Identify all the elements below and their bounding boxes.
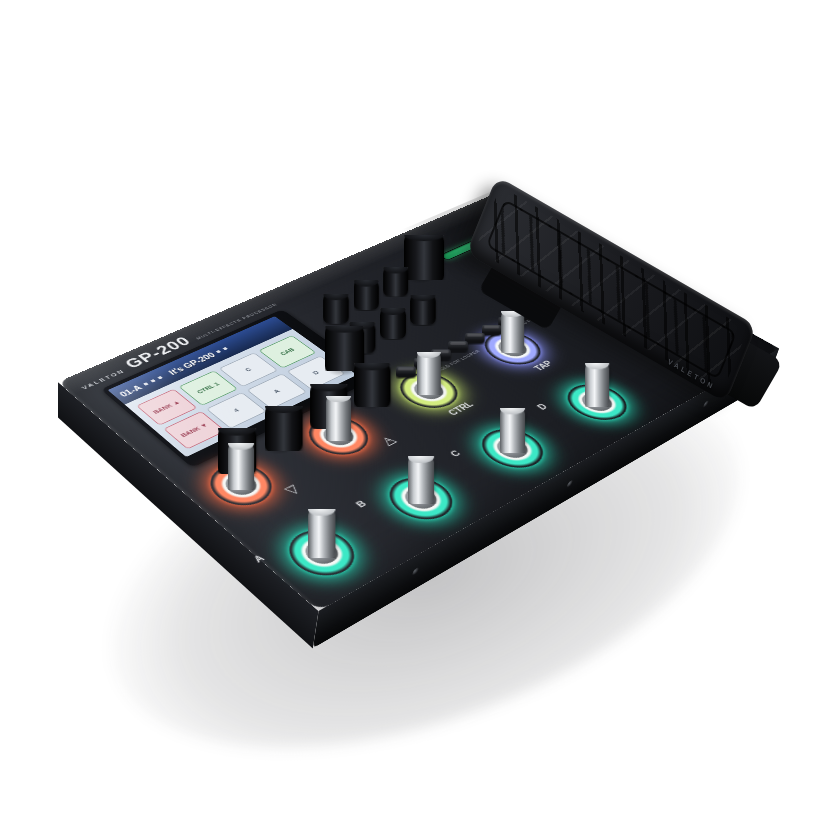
screen-status-icon bbox=[157, 376, 163, 379]
switch-cap[interactable] bbox=[308, 509, 335, 559]
screen-status-icon bbox=[143, 382, 149, 385]
slot-bank-down: BANK ▼ bbox=[163, 411, 225, 449]
screen-status-icon bbox=[150, 379, 156, 382]
switch-cap[interactable] bbox=[585, 363, 609, 408]
slot-bank-up: BANK ▲ bbox=[136, 389, 197, 426]
param-knob-6[interactable] bbox=[404, 310, 442, 332]
footswitch-c[interactable]: C bbox=[470, 422, 556, 476]
screen-status-icon bbox=[216, 350, 222, 353]
product-photo-stage: VALETON GP-200 MULTI-EFFECTS PROCESSOR 0… bbox=[0, 0, 820, 820]
patch-number: 01-A bbox=[117, 384, 143, 399]
param-knob-5[interactable] bbox=[373, 323, 412, 345]
switch-cap[interactable] bbox=[500, 408, 525, 454]
switch-cap[interactable] bbox=[326, 396, 351, 442]
switch-cap[interactable] bbox=[501, 311, 524, 354]
footswitch-d[interactable]: D bbox=[556, 378, 639, 428]
switch-cap[interactable] bbox=[417, 352, 441, 396]
b-label: B bbox=[353, 498, 369, 509]
screen-knob-4[interactable] bbox=[346, 385, 398, 417]
param-knob-2[interactable] bbox=[347, 295, 384, 316]
footswitch-a[interactable]: A bbox=[276, 522, 368, 585]
tap-label: TAP bbox=[531, 359, 554, 372]
footswitch-b[interactable]: B bbox=[377, 470, 466, 528]
switch-cap[interactable] bbox=[228, 443, 254, 491]
c-label: C bbox=[447, 448, 462, 458]
bank-up-label: △+ bbox=[377, 434, 397, 447]
bank-down-label: ▽− bbox=[281, 482, 301, 496]
screw-icon bbox=[703, 400, 709, 408]
screen-knob-2[interactable] bbox=[257, 428, 311, 462]
switch-cap[interactable] bbox=[408, 456, 434, 504]
screw-icon bbox=[412, 567, 419, 576]
screen-status-icon bbox=[223, 347, 228, 350]
screw-icon bbox=[567, 479, 573, 487]
param-knob-3[interactable] bbox=[377, 282, 414, 302]
d-label: D bbox=[535, 402, 550, 411]
